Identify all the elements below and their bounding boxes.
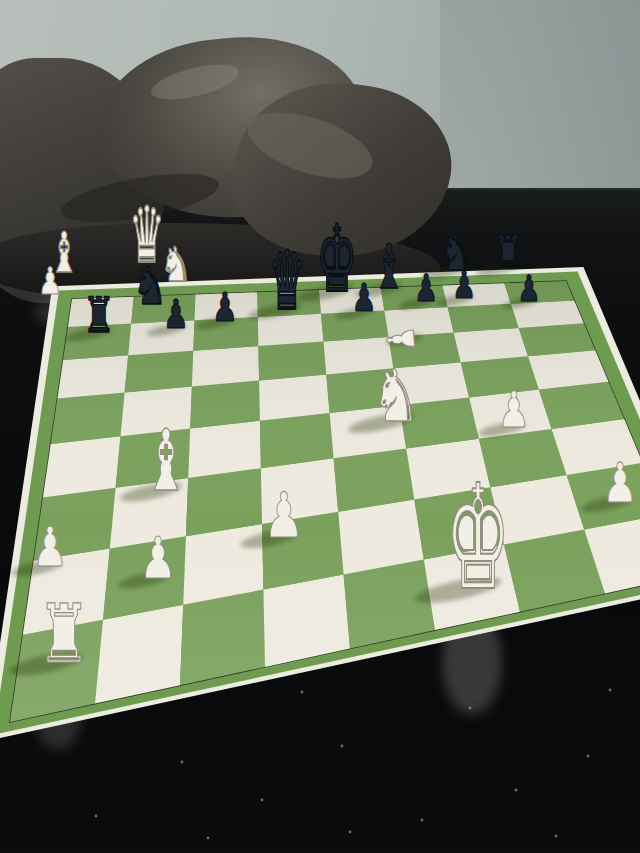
piece-black-pawn-c7: ♟: [163, 291, 189, 337]
fallen-piece-white-pawn: ♟: [379, 325, 425, 353]
svg-text:♟: ♟: [38, 260, 62, 304]
svg-text:♟: ♟: [452, 264, 476, 308]
piece-black-rook-a7: ♜: [83, 287, 115, 344]
chess-photo-scene: ♛♜♞♝♞♝♚♟♟♟♟♞♛♟♟♟♜♟♞♟♝♟♟♟♟♚♜: [0, 0, 640, 853]
svg-text:♟: ♟: [351, 275, 376, 320]
piece-white-pawn-b3: ♟: [139, 524, 176, 592]
piece-white-rook-a1: ♜: [37, 587, 91, 681]
piece-white-bishop-b4: ♝: [144, 411, 189, 510]
piece-black-pawn-d7: ♟: [212, 284, 238, 330]
piece-white-pawn-h2: ♟: [602, 452, 637, 515]
piece-white-king-e1: ♚: [445, 453, 510, 622]
piece-white-pawn-c2: ♟: [264, 478, 304, 551]
chess-board: ♛♜♞♝♞♝♚♟♟♟♟♞♛♟♟♟♜♟♞♟♝♟♟♟♟♚♜: [0, 0, 640, 853]
svg-text:♜: ♜: [83, 287, 115, 344]
svg-text:♜: ♜: [37, 587, 91, 681]
svg-text:♞: ♞: [372, 354, 420, 438]
svg-text:♟: ♟: [414, 267, 438, 311]
svg-text:♟: ♟: [264, 478, 304, 551]
piece-white-pawn-g4: ♟: [498, 381, 530, 438]
piece-black-pawn-f7: ♟: [414, 267, 438, 311]
svg-text:♝: ♝: [144, 411, 189, 510]
svg-text:♟: ♟: [379, 325, 425, 353]
piece-black-bishop-f8: ♝: [373, 231, 405, 303]
svg-text:♝: ♝: [373, 231, 405, 303]
piece-white-pawn-a3: ♟: [32, 516, 67, 579]
svg-text:♟: ♟: [32, 516, 67, 579]
svg-text:♟: ♟: [139, 524, 176, 592]
piece-black-pawn-g7: ♟: [452, 264, 476, 308]
svg-text:♟: ♟: [498, 381, 530, 438]
piece-black-queen-d8: ♛: [268, 233, 306, 327]
svg-text:♟: ♟: [602, 452, 637, 515]
svg-text:♚: ♚: [445, 453, 510, 622]
piece-black-pawn-h7: ♟: [517, 268, 540, 309]
svg-text:♟: ♟: [212, 284, 238, 330]
captured-piece-white-pawn: ♟: [38, 260, 62, 304]
piece-black-pawn-e7: ♟: [351, 275, 376, 320]
svg-text:♟: ♟: [163, 291, 189, 337]
svg-text:♛: ♛: [268, 233, 306, 327]
piece-white-knight-e4: ♞: [372, 354, 420, 438]
svg-text:♟: ♟: [517, 268, 540, 309]
